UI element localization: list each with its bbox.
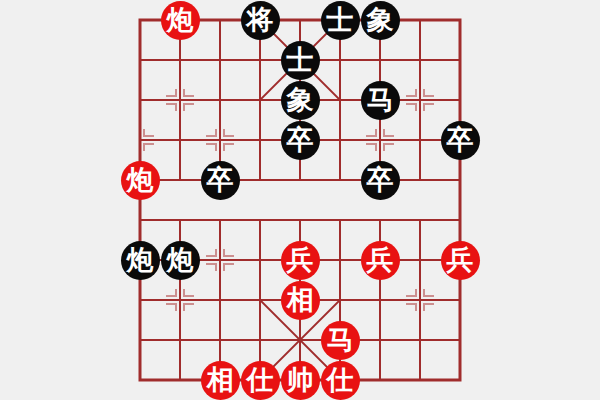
piece-black-卒[interactable]: 卒 bbox=[281, 121, 320, 160]
piece-layer: 炮将士象士象马卒卒炮卒卒炮炮兵兵兵相马相仕帅仕 bbox=[120, 0, 480, 400]
xiangqi-board: 炮将士象士象马卒卒炮卒卒炮炮兵兵兵相马相仕帅仕 bbox=[0, 0, 600, 400]
piece-red-相[interactable]: 相 bbox=[281, 281, 320, 320]
piece-red-炮[interactable]: 炮 bbox=[121, 161, 160, 200]
piece-red-马[interactable]: 马 bbox=[321, 321, 360, 360]
piece-black-将[interactable]: 将 bbox=[241, 1, 280, 40]
piece-red-炮[interactable]: 炮 bbox=[161, 1, 200, 40]
piece-red-兵[interactable]: 兵 bbox=[361, 241, 400, 280]
piece-red-相[interactable]: 相 bbox=[201, 361, 240, 400]
piece-black-士[interactable]: 士 bbox=[281, 41, 320, 80]
piece-red-帅[interactable]: 帅 bbox=[281, 361, 320, 400]
piece-black-马[interactable]: 马 bbox=[361, 81, 400, 120]
piece-black-卒[interactable]: 卒 bbox=[361, 161, 400, 200]
piece-red-兵[interactable]: 兵 bbox=[281, 241, 320, 280]
piece-black-士[interactable]: 士 bbox=[321, 1, 360, 40]
piece-red-仕[interactable]: 仕 bbox=[321, 361, 360, 400]
piece-black-象[interactable]: 象 bbox=[361, 1, 400, 40]
piece-black-卒[interactable]: 卒 bbox=[201, 161, 240, 200]
piece-black-炮[interactable]: 炮 bbox=[161, 241, 200, 280]
piece-black-象[interactable]: 象 bbox=[281, 81, 320, 120]
piece-red-仕[interactable]: 仕 bbox=[241, 361, 280, 400]
piece-black-炮[interactable]: 炮 bbox=[121, 241, 160, 280]
piece-red-兵[interactable]: 兵 bbox=[441, 241, 480, 280]
piece-black-卒[interactable]: 卒 bbox=[441, 121, 480, 160]
